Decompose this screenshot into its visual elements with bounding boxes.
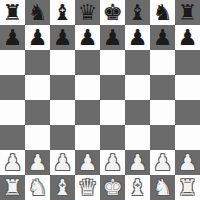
piece-black-bishop[interactable]: ♝ <box>53 0 73 25</box>
square-b5[interactable] <box>25 75 50 100</box>
square-f2[interactable]: ♟ <box>125 150 150 175</box>
square-d2[interactable]: ♟ <box>75 150 100 175</box>
square-h4[interactable] <box>175 100 200 125</box>
square-d5[interactable] <box>75 75 100 100</box>
piece-black-knight[interactable]: ♞ <box>153 0 173 25</box>
square-d6[interactable] <box>75 50 100 75</box>
square-e8[interactable]: ♚ <box>100 0 125 25</box>
square-a5[interactable] <box>0 75 25 100</box>
square-e3[interactable] <box>100 125 125 150</box>
piece-white-pawn[interactable]: ♟ <box>28 150 48 175</box>
piece-black-bishop[interactable]: ♝ <box>128 0 148 25</box>
square-f1[interactable]: ♝ <box>125 175 150 200</box>
piece-black-pawn[interactable]: ♟ <box>3 25 23 50</box>
piece-white-pawn[interactable]: ♟ <box>153 150 173 175</box>
piece-white-pawn[interactable]: ♟ <box>103 150 123 175</box>
square-g1[interactable]: ♞ <box>150 175 175 200</box>
square-a8[interactable]: ♜ <box>0 0 25 25</box>
square-h3[interactable] <box>175 125 200 150</box>
piece-black-pawn[interactable]: ♟ <box>153 25 173 50</box>
piece-white-bishop[interactable]: ♝ <box>53 175 73 200</box>
piece-black-pawn[interactable]: ♟ <box>28 25 48 50</box>
square-b7[interactable]: ♟ <box>25 25 50 50</box>
square-g8[interactable]: ♞ <box>150 0 175 25</box>
square-h5[interactable] <box>175 75 200 100</box>
square-d3[interactable] <box>75 125 100 150</box>
square-c6[interactable] <box>50 50 75 75</box>
piece-white-pawn[interactable]: ♟ <box>178 150 198 175</box>
piece-white-rook[interactable]: ♜ <box>3 175 23 200</box>
piece-white-knight[interactable]: ♞ <box>28 175 48 200</box>
square-b1[interactable]: ♞ <box>25 175 50 200</box>
square-g3[interactable] <box>150 125 175 150</box>
square-e4[interactable] <box>100 100 125 125</box>
piece-white-pawn[interactable]: ♟ <box>3 150 23 175</box>
square-g2[interactable]: ♟ <box>150 150 175 175</box>
square-b4[interactable] <box>25 100 50 125</box>
square-h2[interactable]: ♟ <box>175 150 200 175</box>
square-b8[interactable]: ♞ <box>25 0 50 25</box>
piece-black-pawn[interactable]: ♟ <box>128 25 148 50</box>
square-e6[interactable] <box>100 50 125 75</box>
square-b6[interactable] <box>25 50 50 75</box>
piece-white-pawn[interactable]: ♟ <box>78 150 98 175</box>
piece-black-pawn[interactable]: ♟ <box>78 25 98 50</box>
piece-white-king[interactable]: ♚ <box>103 175 123 200</box>
square-f3[interactable] <box>125 125 150 150</box>
square-c2[interactable]: ♟ <box>50 150 75 175</box>
square-a2[interactable]: ♟ <box>0 150 25 175</box>
square-a6[interactable] <box>0 50 25 75</box>
square-c3[interactable] <box>50 125 75 150</box>
piece-black-rook[interactable]: ♜ <box>178 0 198 25</box>
square-c4[interactable] <box>50 100 75 125</box>
square-a3[interactable] <box>0 125 25 150</box>
square-d4[interactable] <box>75 100 100 125</box>
square-e7[interactable]: ♟ <box>100 25 125 50</box>
piece-white-bishop[interactable]: ♝ <box>128 175 148 200</box>
square-e1[interactable]: ♚ <box>100 175 125 200</box>
piece-black-pawn[interactable]: ♟ <box>103 25 123 50</box>
square-d8[interactable]: ♛ <box>75 0 100 25</box>
square-e2[interactable]: ♟ <box>100 150 125 175</box>
piece-black-king[interactable]: ♚ <box>103 0 123 25</box>
square-c1[interactable]: ♝ <box>50 175 75 200</box>
square-e5[interactable] <box>100 75 125 100</box>
square-c7[interactable]: ♟ <box>50 25 75 50</box>
square-h7[interactable]: ♟ <box>175 25 200 50</box>
square-f4[interactable] <box>125 100 150 125</box>
piece-black-knight[interactable]: ♞ <box>28 0 48 25</box>
square-a7[interactable]: ♟ <box>0 25 25 50</box>
square-c5[interactable] <box>50 75 75 100</box>
piece-white-pawn[interactable]: ♟ <box>53 150 73 175</box>
square-d1[interactable]: ♛ <box>75 175 100 200</box>
square-a1[interactable]: ♜ <box>0 175 25 200</box>
square-h8[interactable]: ♜ <box>175 0 200 25</box>
square-c8[interactable]: ♝ <box>50 0 75 25</box>
square-g4[interactable] <box>150 100 175 125</box>
piece-white-knight[interactable]: ♞ <box>153 175 173 200</box>
piece-white-pawn[interactable]: ♟ <box>128 150 148 175</box>
square-f6[interactable] <box>125 50 150 75</box>
square-f8[interactable]: ♝ <box>125 0 150 25</box>
square-b3[interactable] <box>25 125 50 150</box>
piece-black-rook[interactable]: ♜ <box>3 0 23 25</box>
square-d7[interactable]: ♟ <box>75 25 100 50</box>
square-h6[interactable] <box>175 50 200 75</box>
square-h1[interactable]: ♜ <box>175 175 200 200</box>
piece-black-queen[interactable]: ♛ <box>78 0 98 25</box>
square-a4[interactable] <box>0 100 25 125</box>
square-f7[interactable]: ♟ <box>125 25 150 50</box>
square-g6[interactable] <box>150 50 175 75</box>
square-b2[interactable]: ♟ <box>25 150 50 175</box>
piece-black-pawn[interactable]: ♟ <box>178 25 198 50</box>
square-g5[interactable] <box>150 75 175 100</box>
chess-board: ♜♞♝♛♚♝♞♜♟♟♟♟♟♟♟♟♟♟♟♟♟♟♟♟♜♞♝♛♚♝♞♜ <box>0 0 200 200</box>
piece-white-rook[interactable]: ♜ <box>178 175 198 200</box>
piece-white-queen[interactable]: ♛ <box>78 175 98 200</box>
piece-black-pawn[interactable]: ♟ <box>53 25 73 50</box>
square-g7[interactable]: ♟ <box>150 25 175 50</box>
square-f5[interactable] <box>125 75 150 100</box>
